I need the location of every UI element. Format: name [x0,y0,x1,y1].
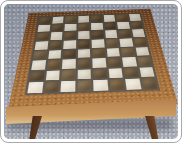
square-b2 [45,70,59,80]
square-c5 [63,40,76,48]
square-c6 [64,32,76,40]
chess-board [25,13,160,95]
square-b3 [47,60,61,70]
square-g5 [119,38,132,46]
square-d8 [78,16,89,23]
square-e1 [93,80,108,91]
square-e8 [91,15,102,22]
square-c7 [64,24,76,31]
square-d6 [78,31,90,39]
square-h8 [129,14,141,21]
square-d4 [77,49,90,58]
square-e4 [92,48,105,57]
square-g3 [122,57,137,67]
square-d1 [77,81,91,92]
square-c1 [60,81,74,92]
square-a4 [33,50,47,59]
square-a1 [27,82,43,93]
square-b5 [49,41,62,49]
square-h3 [137,57,152,67]
square-a5 [35,41,48,49]
square-g4 [121,47,135,56]
square-a7 [38,25,50,32]
square-a6 [36,33,49,41]
square-b4 [48,50,61,59]
square-d3 [77,59,90,69]
square-a3 [31,60,45,70]
square-f7 [104,22,116,29]
square-f5 [105,39,118,47]
square-f8 [103,15,115,22]
photo-frame [0,0,182,143]
square-h5 [133,38,147,46]
square-c2 [61,70,75,80]
square-d5 [78,40,90,48]
square-h4 [135,47,149,56]
square-h7 [130,21,143,28]
square-g1 [125,79,141,90]
square-g2 [124,68,139,78]
square-g8 [116,14,128,21]
table-top [8,9,178,110]
square-c8 [65,16,76,23]
square-f2 [108,68,123,78]
square-c4 [63,49,76,58]
square-b7 [51,24,63,31]
square-g7 [117,22,130,29]
square-f1 [109,79,124,90]
photo-content [4,4,178,139]
square-e2 [93,69,107,79]
square-h6 [132,29,145,37]
square-b6 [50,32,62,40]
square-f3 [107,58,121,68]
square-d2 [77,69,91,79]
square-c3 [62,59,75,69]
square-a8 [39,17,51,24]
square-g6 [118,30,131,38]
square-h1 [141,78,157,89]
square-a2 [29,71,44,81]
square-f4 [106,48,120,57]
square-e6 [91,31,103,39]
square-h2 [139,67,155,77]
square-e5 [92,39,105,47]
square-f6 [105,30,118,38]
square-e7 [91,23,103,30]
square-b8 [52,16,64,23]
square-d7 [78,23,90,30]
square-b1 [44,82,59,93]
square-e3 [92,58,106,68]
